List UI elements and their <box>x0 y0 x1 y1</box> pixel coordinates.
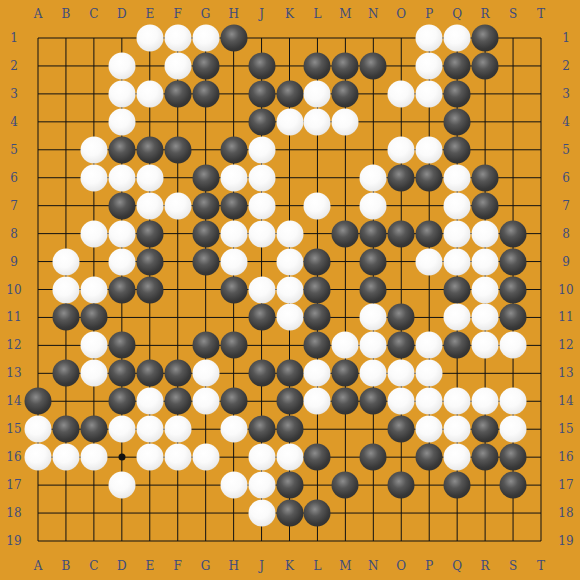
column-label-top: B <box>62 8 71 20</box>
stone-black <box>416 164 443 191</box>
stone-white <box>472 388 499 415</box>
stone-white <box>220 472 247 499</box>
stone-white <box>304 388 331 415</box>
stone-white <box>248 220 275 247</box>
stone-white <box>136 444 163 471</box>
column-label-bottom: M <box>339 560 351 572</box>
stone-black <box>164 136 191 163</box>
stone-white <box>388 80 415 107</box>
stone-white <box>164 192 191 219</box>
stone-black <box>472 416 499 443</box>
column-label-bottom: T <box>537 560 545 572</box>
stone-black <box>248 360 275 387</box>
column-label-bottom: A <box>34 560 43 572</box>
row-label-left: 14 <box>6 395 21 407</box>
stone-white <box>472 304 499 331</box>
stone-white <box>80 164 107 191</box>
row-label-right: 11 <box>558 311 573 323</box>
stone-black <box>192 220 219 247</box>
stone-black <box>220 25 247 52</box>
stone-white <box>360 192 387 219</box>
column-label-top: L <box>313 8 321 20</box>
stone-white <box>248 136 275 163</box>
stone-white <box>388 136 415 163</box>
column-label-top: N <box>368 8 379 20</box>
column-label-bottom: G <box>201 560 211 572</box>
stone-white <box>192 25 219 52</box>
stone-white <box>360 360 387 387</box>
stone-black <box>472 25 499 52</box>
stone-white <box>136 80 163 107</box>
stone-white <box>416 52 443 79</box>
stone-black <box>248 416 275 443</box>
stone-white <box>220 248 247 275</box>
row-label-left: 6 <box>10 172 18 184</box>
stone-black <box>276 500 303 527</box>
column-label-bottom: O <box>396 560 406 572</box>
column-label-top: K <box>285 8 294 20</box>
stone-white <box>220 164 247 191</box>
stone-white <box>108 108 135 135</box>
stone-black <box>388 304 415 331</box>
stone-black <box>360 248 387 275</box>
stone-black <box>136 360 163 387</box>
row-label-right: 9 <box>562 256 570 268</box>
stone-black <box>416 444 443 471</box>
stone-black <box>108 388 135 415</box>
row-label-left: 4 <box>10 116 18 128</box>
column-label-top: P <box>425 8 433 20</box>
stone-black <box>192 332 219 359</box>
stone-black <box>80 304 107 331</box>
stone-white <box>220 416 247 443</box>
stone-black <box>472 192 499 219</box>
stone-white <box>80 220 107 247</box>
stone-white <box>248 164 275 191</box>
stone-black <box>388 220 415 247</box>
column-label-top: S <box>509 8 517 20</box>
stone-black <box>192 164 219 191</box>
stone-black <box>52 416 79 443</box>
column-label-bottom: C <box>89 560 98 572</box>
stone-black <box>164 388 191 415</box>
stone-black <box>500 276 527 303</box>
row-label-left: 15 <box>6 423 21 435</box>
row-label-right: 1 <box>562 32 570 44</box>
column-label-bottom: L <box>313 560 321 572</box>
stone-black <box>192 52 219 79</box>
stone-white <box>444 388 471 415</box>
row-label-left: 2 <box>10 60 18 72</box>
row-label-left: 18 <box>6 507 21 519</box>
stone-white <box>304 192 331 219</box>
stone-black <box>416 220 443 247</box>
row-label-left: 7 <box>10 200 18 212</box>
stone-white <box>220 220 247 247</box>
stone-black <box>444 80 471 107</box>
stone-black <box>304 444 331 471</box>
stone-black <box>108 360 135 387</box>
stone-white <box>416 136 443 163</box>
stone-white <box>108 248 135 275</box>
stone-white <box>304 108 331 135</box>
stone-white <box>444 164 471 191</box>
stone-white <box>276 276 303 303</box>
stone-black <box>192 248 219 275</box>
stone-white <box>108 220 135 247</box>
column-label-top: J <box>259 8 264 20</box>
stone-white <box>108 164 135 191</box>
row-label-right: 17 <box>558 479 573 491</box>
stone-black <box>388 472 415 499</box>
stone-black <box>360 276 387 303</box>
stone-black <box>472 444 499 471</box>
stone-white <box>444 220 471 247</box>
row-label-left: 17 <box>6 479 21 491</box>
stone-white <box>444 304 471 331</box>
row-label-left: 12 <box>6 339 21 351</box>
column-label-top: A <box>34 8 43 20</box>
stone-black <box>332 388 359 415</box>
stone-black <box>444 276 471 303</box>
row-label-left: 10 <box>6 284 21 296</box>
stone-white <box>472 276 499 303</box>
stone-white <box>500 416 527 443</box>
row-label-right: 7 <box>562 200 570 212</box>
column-label-bottom: R <box>481 560 490 572</box>
column-label-top: G <box>201 8 211 20</box>
stone-white <box>472 332 499 359</box>
stone-black <box>444 472 471 499</box>
row-label-right: 13 <box>558 367 573 379</box>
stone-white <box>500 388 527 415</box>
row-label-right: 15 <box>558 423 573 435</box>
stone-white <box>416 332 443 359</box>
stone-white <box>136 192 163 219</box>
stone-black <box>304 500 331 527</box>
stone-black <box>360 388 387 415</box>
row-label-left: 13 <box>6 367 21 379</box>
stone-white <box>136 416 163 443</box>
stone-white <box>444 25 471 52</box>
stone-white <box>332 108 359 135</box>
column-label-bottom: S <box>509 560 517 572</box>
column-label-top: R <box>481 8 490 20</box>
stone-white <box>304 80 331 107</box>
stone-white <box>52 276 79 303</box>
stone-white <box>416 25 443 52</box>
stone-white <box>360 332 387 359</box>
stone-black <box>304 304 331 331</box>
stone-white <box>108 472 135 499</box>
column-label-top: Q <box>452 8 462 20</box>
stone-black <box>276 388 303 415</box>
stone-white <box>108 416 135 443</box>
stone-black <box>500 304 527 331</box>
stone-black <box>192 80 219 107</box>
stone-white <box>416 248 443 275</box>
stone-black <box>136 220 163 247</box>
stone-black <box>220 276 247 303</box>
stone-black <box>108 136 135 163</box>
row-label-right: 16 <box>558 451 573 463</box>
row-label-left: 5 <box>10 144 18 156</box>
row-label-right: 5 <box>562 144 570 156</box>
stone-white <box>108 80 135 107</box>
stone-white <box>52 444 79 471</box>
stone-white <box>192 444 219 471</box>
stone-white <box>444 248 471 275</box>
stone-black <box>444 332 471 359</box>
row-label-left: 3 <box>10 88 18 100</box>
row-label-left: 9 <box>10 256 18 268</box>
stone-black <box>332 472 359 499</box>
column-label-bottom: D <box>117 560 127 572</box>
stone-black <box>332 52 359 79</box>
stone-white <box>248 444 275 471</box>
stone-white <box>248 472 275 499</box>
stone-white <box>360 164 387 191</box>
stone-black <box>248 304 275 331</box>
stone-white <box>500 332 527 359</box>
stone-white <box>164 444 191 471</box>
stone-white <box>472 248 499 275</box>
stone-white <box>80 276 107 303</box>
row-label-right: 14 <box>558 395 573 407</box>
stone-black <box>304 248 331 275</box>
stone-white <box>276 444 303 471</box>
stone-black <box>164 360 191 387</box>
stone-white <box>416 416 443 443</box>
stone-white <box>416 388 443 415</box>
column-label-bottom: N <box>368 560 379 572</box>
stone-black <box>332 220 359 247</box>
stone-white <box>388 360 415 387</box>
stone-white <box>25 444 52 471</box>
row-label-right: 19 <box>558 535 573 547</box>
stone-white <box>192 360 219 387</box>
column-label-top: C <box>89 8 98 20</box>
column-label-bottom: J <box>259 560 264 572</box>
stone-white <box>80 360 107 387</box>
stone-black <box>248 80 275 107</box>
stone-white <box>444 416 471 443</box>
stone-white <box>136 164 163 191</box>
stone-white <box>192 388 219 415</box>
stone-black <box>444 136 471 163</box>
stone-white <box>108 52 135 79</box>
stone-white <box>248 276 275 303</box>
stone-black <box>360 220 387 247</box>
stone-black <box>220 136 247 163</box>
stone-black <box>276 416 303 443</box>
stone-white <box>80 136 107 163</box>
row-label-left: 11 <box>6 311 21 323</box>
stone-black <box>220 192 247 219</box>
row-label-right: 6 <box>562 172 570 184</box>
stone-white <box>444 192 471 219</box>
row-label-right: 2 <box>562 60 570 72</box>
stone-black <box>108 276 135 303</box>
stone-white <box>52 248 79 275</box>
stone-white <box>80 444 107 471</box>
column-label-bottom: E <box>145 560 154 572</box>
column-label-bottom: P <box>425 560 433 572</box>
stone-black <box>25 388 52 415</box>
stone-white <box>444 444 471 471</box>
stone-white <box>276 220 303 247</box>
column-label-bottom: F <box>174 560 182 572</box>
row-label-left: 8 <box>10 228 18 240</box>
stone-black <box>304 332 331 359</box>
stone-black <box>360 52 387 79</box>
stone-black <box>276 80 303 107</box>
stone-black <box>500 220 527 247</box>
stone-white <box>416 80 443 107</box>
stone-white <box>248 192 275 219</box>
stone-white <box>360 304 387 331</box>
stone-black <box>472 52 499 79</box>
column-label-top: E <box>145 8 154 20</box>
go-board-app: AABBCCDDEEFFGGHHJJKKLLMMNNOOPPQQRRSSTT11… <box>0 0 580 580</box>
stone-white <box>80 332 107 359</box>
stone-black <box>136 248 163 275</box>
stone-white <box>472 220 499 247</box>
stone-black <box>192 192 219 219</box>
stone-black <box>136 136 163 163</box>
stone-black <box>52 304 79 331</box>
stone-white <box>276 248 303 275</box>
stone-black <box>108 332 135 359</box>
stone-white <box>276 304 303 331</box>
stone-white <box>416 360 443 387</box>
stone-black <box>248 108 275 135</box>
column-label-top: D <box>117 8 127 20</box>
stone-black <box>500 248 527 275</box>
row-label-right: 10 <box>558 284 573 296</box>
stone-black <box>304 52 331 79</box>
stone-white <box>164 25 191 52</box>
row-label-left: 1 <box>10 32 18 44</box>
stone-black <box>164 80 191 107</box>
stone-black <box>332 360 359 387</box>
stone-black <box>388 416 415 443</box>
stone-white <box>304 360 331 387</box>
stone-black <box>136 276 163 303</box>
stone-black <box>276 472 303 499</box>
row-label-right: 3 <box>562 88 570 100</box>
stone-black <box>52 360 79 387</box>
column-label-bottom: B <box>62 560 71 572</box>
stone-black <box>332 80 359 107</box>
stone-black <box>360 444 387 471</box>
stone-black <box>500 472 527 499</box>
stone-black <box>444 52 471 79</box>
stone-black <box>472 164 499 191</box>
stone-white <box>248 500 275 527</box>
row-label-right: 8 <box>562 228 570 240</box>
stone-black <box>80 416 107 443</box>
column-label-top: T <box>537 8 545 20</box>
star-point <box>118 454 125 461</box>
row-label-right: 4 <box>562 116 570 128</box>
column-label-bottom: H <box>228 560 238 572</box>
stone-black <box>276 360 303 387</box>
stone-black <box>108 192 135 219</box>
row-label-right: 12 <box>558 339 573 351</box>
stone-black <box>388 164 415 191</box>
stone-black <box>388 332 415 359</box>
column-label-bottom: K <box>285 560 294 572</box>
stone-white <box>164 52 191 79</box>
stone-black <box>500 444 527 471</box>
stone-black <box>304 276 331 303</box>
stone-black <box>220 388 247 415</box>
column-label-top: H <box>228 8 238 20</box>
stone-white <box>276 108 303 135</box>
row-label-right: 18 <box>558 507 573 519</box>
column-label-bottom: Q <box>452 560 462 572</box>
stone-black <box>220 332 247 359</box>
row-label-left: 16 <box>6 451 21 463</box>
stone-black <box>248 52 275 79</box>
column-label-top: F <box>174 8 182 20</box>
stone-white <box>388 388 415 415</box>
stone-white <box>332 332 359 359</box>
stone-white <box>136 388 163 415</box>
row-label-left: 19 <box>6 535 21 547</box>
stone-white <box>25 416 52 443</box>
stone-black <box>444 108 471 135</box>
stone-white <box>136 25 163 52</box>
column-label-top: O <box>396 8 406 20</box>
column-label-top: M <box>339 8 351 20</box>
stone-white <box>164 416 191 443</box>
